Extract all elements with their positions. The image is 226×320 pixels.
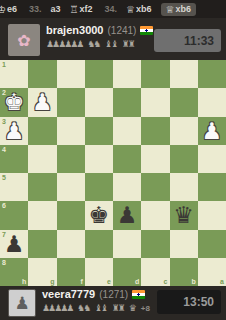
- square-c2[interactable]: [141, 88, 169, 116]
- move-item[interactable]: ♖xf2: [70, 4, 93, 15]
- captured-p-group: ♟♟♟♟♟: [42, 303, 72, 313]
- square-h5[interactable]: 5: [0, 173, 28, 201]
- white-king-piece[interactable]: ♚: [4, 88, 25, 116]
- square-g5[interactable]: [28, 173, 56, 201]
- material-advantage: +8: [141, 304, 150, 313]
- captured-q-group: ♛: [129, 303, 135, 313]
- square-b4[interactable]: [170, 145, 198, 173]
- flower-photo-icon: ✿: [17, 31, 30, 50]
- white-pawn-piece[interactable]: ♟: [32, 88, 53, 116]
- square-f3[interactable]: [57, 117, 85, 145]
- square-f6[interactable]: [57, 201, 85, 229]
- square-d4[interactable]: [113, 145, 141, 173]
- move-list[interactable]: ♔e633.a3♖xf234.♕xb6♕xb6: [0, 0, 226, 18]
- player-captured-pieces: ♟♟♟♟♟♞♞♝♝♜♜♛+8: [42, 303, 150, 313]
- square-c8[interactable]: c: [141, 258, 169, 286]
- move-item[interactable]: ♔e6: [0, 4, 17, 15]
- file-label: g: [50, 278, 54, 285]
- square-d1[interactable]: [113, 60, 141, 88]
- square-a6[interactable]: [198, 201, 226, 229]
- square-e7[interactable]: [85, 230, 113, 258]
- square-f4[interactable]: [57, 145, 85, 173]
- square-g7[interactable]: [28, 230, 56, 258]
- square-g4[interactable]: [28, 145, 56, 173]
- file-label: c: [164, 278, 168, 285]
- move-number[interactable]: 34.: [105, 4, 118, 14]
- square-e3[interactable]: [85, 117, 113, 145]
- square-h7[interactable]: 7♟: [0, 230, 28, 258]
- player-clock: 13:50: [157, 290, 221, 314]
- chess-board[interactable]: 12♚♟3♟♟456♚♟♛7♟8hgfedcba: [0, 60, 226, 286]
- captured-b-group: ♝♝: [94, 303, 106, 313]
- captured-b-group: ♝♝: [105, 39, 117, 49]
- square-h3[interactable]: 3♟: [0, 117, 28, 145]
- square-d6[interactable]: ♟: [113, 201, 141, 229]
- square-a5[interactable]: [198, 173, 226, 201]
- player-avatar[interactable]: ♟: [8, 289, 36, 317]
- square-f5[interactable]: [57, 173, 85, 201]
- square-c4[interactable]: [141, 145, 169, 173]
- square-h1[interactable]: 1: [0, 60, 28, 88]
- square-b6[interactable]: ♛: [170, 201, 198, 229]
- square-b7[interactable]: [170, 230, 198, 258]
- move-number[interactable]: 33.: [29, 4, 42, 14]
- square-c1[interactable]: [141, 60, 169, 88]
- opponent-avatar[interactable]: ✿: [8, 24, 40, 56]
- move-item[interactable]: ♕xb6: [161, 3, 196, 16]
- square-g2[interactable]: ♟: [28, 88, 56, 116]
- player-row[interactable]: ♟ veera7779 (1271) ♟♟♟♟♟♞♞♝♝♜♜♛+8 13:50: [0, 286, 226, 320]
- move-piece-icon: ♔: [0, 4, 6, 15]
- black-pawn-piece[interactable]: ♟: [117, 201, 138, 229]
- black-pawn-piece[interactable]: ♟: [4, 230, 25, 258]
- rank-label: 1: [2, 61, 6, 68]
- square-d3[interactable]: [113, 117, 141, 145]
- move-piece-icon: ♖: [70, 4, 79, 15]
- opponent-clock: 11:33: [154, 29, 221, 52]
- square-c6[interactable]: [141, 201, 169, 229]
- square-a1[interactable]: [198, 60, 226, 88]
- square-c7[interactable]: [141, 230, 169, 258]
- square-h8[interactable]: 8h: [0, 258, 28, 286]
- square-g1[interactable]: [28, 60, 56, 88]
- square-e6[interactable]: ♚: [85, 201, 113, 229]
- square-h4[interactable]: 4: [0, 145, 28, 173]
- rank-label: 8: [2, 259, 6, 266]
- square-a8[interactable]: a: [198, 258, 226, 286]
- square-a3[interactable]: ♟: [198, 117, 226, 145]
- square-e5[interactable]: [85, 173, 113, 201]
- default-pawn-icon: ♟: [14, 293, 29, 313]
- captured-n-group: ♞♞: [87, 39, 99, 49]
- chess-app: ♔e633.a3♖xf234.♕xb6♕xb6 ✿ brajen3000 (12…: [0, 0, 226, 320]
- file-label: h: [22, 278, 26, 285]
- square-g3[interactable]: [28, 117, 56, 145]
- player-rating: (1271): [99, 289, 128, 300]
- captured-p-group: ♟♟♟♟♟♟: [46, 39, 82, 49]
- file-label: e: [107, 278, 111, 285]
- move-piece-icon: ♕: [126, 4, 135, 15]
- square-d8[interactable]: d: [113, 258, 141, 286]
- square-f7[interactable]: [57, 230, 85, 258]
- square-c5[interactable]: [141, 173, 169, 201]
- opponent-row[interactable]: ✿ brajen3000 (1241) ♟♟♟♟♟♟♞♞♝♝♜♜ 11:33: [0, 18, 226, 60]
- square-a2[interactable]: [198, 88, 226, 116]
- square-h2[interactable]: 2♚: [0, 88, 28, 116]
- square-d5[interactable]: [113, 173, 141, 201]
- rank-label: 7: [2, 231, 6, 238]
- india-flag-icon: [140, 26, 153, 35]
- player-username[interactable]: veera7779: [42, 288, 95, 300]
- captured-n-group: ♞♞: [77, 303, 89, 313]
- square-b8[interactable]: b: [170, 258, 198, 286]
- square-f2[interactable]: [57, 88, 85, 116]
- rank-label: 5: [2, 174, 6, 181]
- move-item[interactable]: ♕xb6: [126, 4, 151, 15]
- square-b2[interactable]: [170, 88, 198, 116]
- black-king-piece[interactable]: ♚: [89, 201, 110, 229]
- square-h6[interactable]: 6: [0, 201, 28, 229]
- square-b1[interactable]: [170, 60, 198, 88]
- opponent-username[interactable]: brajen3000: [46, 24, 103, 36]
- file-label: a: [220, 278, 224, 285]
- move-piece-icon: ♕: [166, 4, 175, 15]
- square-g8[interactable]: g: [28, 258, 56, 286]
- square-f8[interactable]: f: [57, 258, 85, 286]
- rank-label: 4: [2, 146, 6, 153]
- square-e1[interactable]: [85, 60, 113, 88]
- square-g6[interactable]: [28, 201, 56, 229]
- black-queen-piece[interactable]: ♛: [173, 201, 194, 229]
- square-a7[interactable]: [198, 230, 226, 258]
- india-flag-icon: [132, 290, 145, 299]
- move-item[interactable]: a3: [51, 4, 61, 14]
- rank-label: 6: [2, 202, 6, 209]
- square-f1[interactable]: [57, 60, 85, 88]
- rank-label: 2: [2, 89, 6, 96]
- square-d7[interactable]: [113, 230, 141, 258]
- square-e4[interactable]: [85, 145, 113, 173]
- square-b5[interactable]: [170, 173, 198, 201]
- square-e8[interactable]: e: [85, 258, 113, 286]
- captured-r-group: ♜♜: [122, 39, 134, 49]
- square-d2[interactable]: [113, 88, 141, 116]
- file-label: f: [80, 278, 82, 285]
- square-a4[interactable]: [198, 145, 226, 173]
- rank-label: 3: [2, 118, 6, 125]
- square-c3[interactable]: [141, 117, 169, 145]
- captured-r-group: ♜♜: [112, 303, 124, 313]
- square-e2[interactable]: [85, 88, 113, 116]
- square-b3[interactable]: [170, 117, 198, 145]
- file-label: b: [191, 278, 195, 285]
- white-pawn-piece[interactable]: ♟: [202, 117, 223, 145]
- file-label: d: [135, 278, 139, 285]
- opponent-captured-pieces: ♟♟♟♟♟♟♞♞♝♝♜♜: [46, 39, 153, 49]
- opponent-rating: (1241): [107, 25, 136, 36]
- white-pawn-piece[interactable]: ♟: [4, 117, 25, 145]
